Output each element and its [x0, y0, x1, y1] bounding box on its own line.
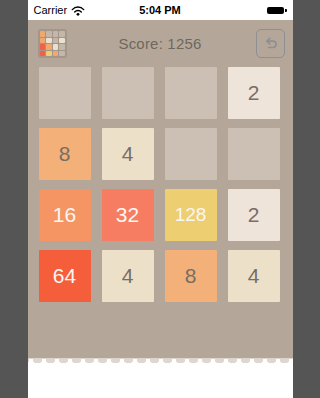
tile-2: 2 [228, 189, 280, 241]
mini-cell [59, 51, 65, 57]
tile-16: 16 [39, 189, 91, 241]
status-left: Carrier [34, 4, 86, 16]
mini-cell [46, 31, 52, 37]
undo-button[interactable] [256, 29, 285, 58]
mini-cell [53, 44, 59, 50]
tile-4: 4 [102, 128, 154, 180]
mini-cell [59, 31, 65, 37]
mini-cell [40, 31, 46, 37]
score-label: Score: 1256 [28, 20, 293, 67]
app-screen: Carrier 5:04 PM Score: 1256 [28, 0, 293, 398]
mini-cell [40, 38, 46, 44]
board-grid[interactable]: 2841632128264484 [39, 67, 280, 302]
mini-cell [53, 38, 59, 44]
empty-cell [228, 128, 280, 180]
empty-cell [39, 67, 91, 119]
battery-icon [267, 7, 284, 14]
tile-64: 64 [39, 250, 91, 302]
tile-128: 128 [165, 189, 217, 241]
wifi-icon [71, 5, 85, 16]
mini-board-icon[interactable] [38, 29, 67, 58]
empty-cell [102, 67, 154, 119]
mini-cell [40, 51, 46, 57]
bottom-banner-area [28, 358, 293, 398]
empty-cell [165, 67, 217, 119]
tile-2: 2 [228, 67, 280, 119]
perforated-edge [28, 359, 293, 368]
mini-cell [46, 51, 52, 57]
tile-8: 8 [165, 250, 217, 302]
status-right [267, 7, 287, 14]
mini-cell [53, 51, 59, 57]
undo-arrow-icon [261, 34, 280, 53]
mini-cell [46, 44, 52, 50]
mini-cell [59, 38, 65, 44]
status-bar: Carrier 5:04 PM [28, 0, 293, 20]
header-bar: Score: 1256 [28, 20, 293, 67]
mini-cell [53, 31, 59, 37]
carrier-label: Carrier [34, 4, 68, 16]
empty-cell [165, 128, 217, 180]
tile-4: 4 [228, 250, 280, 302]
battery-tip [285, 9, 287, 12]
tile-8: 8 [39, 128, 91, 180]
mini-cell [59, 44, 65, 50]
game-background: Score: 1256 2841632128264484 [28, 20, 293, 358]
tile-4: 4 [102, 250, 154, 302]
mini-cell [40, 44, 46, 50]
mini-cell [46, 38, 52, 44]
tile-32: 32 [102, 189, 154, 241]
